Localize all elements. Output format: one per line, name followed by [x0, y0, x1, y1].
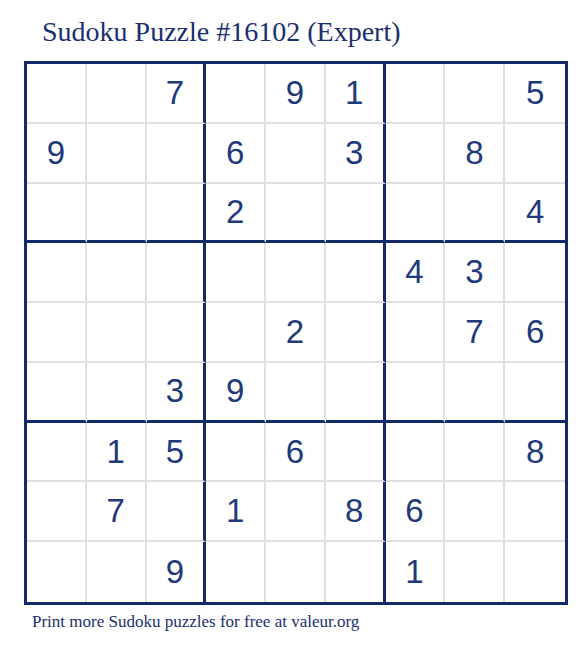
- cell-r1c7: [386, 64, 446, 124]
- cell-r7c8: [445, 423, 505, 483]
- cell-r6c2: [87, 363, 147, 423]
- cell-r4c1: [27, 243, 87, 303]
- cell-r2c3: [147, 124, 207, 184]
- cell-r4c8: 3: [445, 243, 505, 303]
- cell-r8c9: [505, 482, 565, 542]
- cell-r3c8: [445, 184, 505, 244]
- page-title: Sudoku Puzzle #16102 (Expert): [42, 16, 401, 48]
- cell-r4c3: [147, 243, 207, 303]
- cell-r7c9: 8: [505, 423, 565, 483]
- cell-r3c3: [147, 184, 207, 244]
- cell-r6c7: [386, 363, 446, 423]
- cell-r2c9: [505, 124, 565, 184]
- cell-r4c7: 4: [386, 243, 446, 303]
- cell-r9c5: [266, 542, 326, 602]
- cell-r5c2: [87, 303, 147, 363]
- cell-r3c9: 4: [505, 184, 565, 244]
- cell-r5c5: 2: [266, 303, 326, 363]
- cell-r8c2: 7: [87, 482, 147, 542]
- cell-r6c4: 9: [206, 363, 266, 423]
- cell-r6c3: 3: [147, 363, 207, 423]
- cell-r5c3: [147, 303, 207, 363]
- cell-r9c8: [445, 542, 505, 602]
- cell-r2c1: 9: [27, 124, 87, 184]
- cell-r9c1: [27, 542, 87, 602]
- cell-r5c6: [326, 303, 386, 363]
- cell-r3c2: [87, 184, 147, 244]
- cell-r6c8: [445, 363, 505, 423]
- cell-r7c6: [326, 423, 386, 483]
- sudoku-board: 791596382443276391568718691: [24, 61, 568, 605]
- cell-r1c6: 1: [326, 64, 386, 124]
- cell-r1c4: [206, 64, 266, 124]
- cell-r8c6: 8: [326, 482, 386, 542]
- cell-r3c7: [386, 184, 446, 244]
- cell-r7c2: 1: [87, 423, 147, 483]
- cell-r7c7: [386, 423, 446, 483]
- cell-r3c4: 2: [206, 184, 266, 244]
- cell-r5c4: [206, 303, 266, 363]
- cell-r9c3: 9: [147, 542, 207, 602]
- cell-r5c9: 6: [505, 303, 565, 363]
- cell-r9c2: [87, 542, 147, 602]
- cell-r8c1: [27, 482, 87, 542]
- cell-r2c7: [386, 124, 446, 184]
- cell-r7c3: 5: [147, 423, 207, 483]
- cell-r2c5: [266, 124, 326, 184]
- cell-r2c4: 6: [206, 124, 266, 184]
- cell-r4c4: [206, 243, 266, 303]
- cell-r1c8: [445, 64, 505, 124]
- cell-r8c4: 1: [206, 482, 266, 542]
- page: Sudoku Puzzle #16102 (Expert) 7915963824…: [0, 0, 580, 651]
- cell-r3c5: [266, 184, 326, 244]
- cell-r2c8: 8: [445, 124, 505, 184]
- cell-r5c7: [386, 303, 446, 363]
- cell-r9c4: [206, 542, 266, 602]
- cell-r4c2: [87, 243, 147, 303]
- cell-r7c4: [206, 423, 266, 483]
- cell-r6c1: [27, 363, 87, 423]
- cell-r2c2: [87, 124, 147, 184]
- cell-r8c8: [445, 482, 505, 542]
- cell-r4c9: [505, 243, 565, 303]
- footer-text: Print more Sudoku puzzles for free at va…: [32, 612, 359, 632]
- cell-r4c6: [326, 243, 386, 303]
- cell-r9c9: [505, 542, 565, 602]
- cell-r5c1: [27, 303, 87, 363]
- cell-r1c2: [87, 64, 147, 124]
- cell-r4c5: [266, 243, 326, 303]
- cell-r1c1: [27, 64, 87, 124]
- cell-r8c7: 6: [386, 482, 446, 542]
- cell-r9c6: [326, 542, 386, 602]
- cell-r9c7: 1: [386, 542, 446, 602]
- cell-r8c5: [266, 482, 326, 542]
- cell-r5c8: 7: [445, 303, 505, 363]
- cell-r6c5: [266, 363, 326, 423]
- cell-r7c1: [27, 423, 87, 483]
- cell-r3c1: [27, 184, 87, 244]
- cell-r8c3: [147, 482, 207, 542]
- cell-r1c9: 5: [505, 64, 565, 124]
- cell-r2c6: 3: [326, 124, 386, 184]
- cell-r6c9: [505, 363, 565, 423]
- cell-r1c5: 9: [266, 64, 326, 124]
- cell-r6c6: [326, 363, 386, 423]
- cell-r7c5: 6: [266, 423, 326, 483]
- cell-r3c6: [326, 184, 386, 244]
- cell-r1c3: 7: [147, 64, 207, 124]
